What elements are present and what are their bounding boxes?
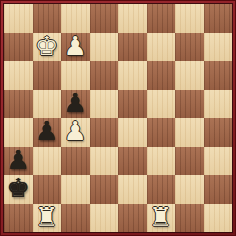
square-f4[interactable] <box>147 118 176 147</box>
square-b5[interactable] <box>33 90 62 119</box>
square-a8[interactable] <box>4 4 33 33</box>
square-h6[interactable] <box>204 61 233 90</box>
square-e1[interactable] <box>118 204 147 233</box>
square-e6[interactable] <box>118 61 147 90</box>
piece-black-pawn[interactable]: ♟ <box>35 118 58 144</box>
square-f1[interactable]: ♜ <box>147 204 176 233</box>
square-h7[interactable] <box>204 33 233 62</box>
square-d5[interactable] <box>90 90 119 119</box>
square-f7[interactable] <box>147 33 176 62</box>
square-g1[interactable] <box>175 204 204 233</box>
square-g3[interactable] <box>175 147 204 176</box>
square-c8[interactable] <box>61 4 90 33</box>
square-b3[interactable] <box>33 147 62 176</box>
square-a2[interactable]: ♚ <box>4 175 33 204</box>
square-b7[interactable]: ♚ <box>33 33 62 62</box>
square-b2[interactable] <box>33 175 62 204</box>
square-c1[interactable] <box>61 204 90 233</box>
piece-black-king[interactable]: ♚ <box>7 175 30 201</box>
square-h1[interactable] <box>204 204 233 233</box>
square-a3[interactable]: ♟ <box>4 147 33 176</box>
square-f8[interactable] <box>147 4 176 33</box>
square-c2[interactable] <box>61 175 90 204</box>
square-c5[interactable]: ♟ <box>61 90 90 119</box>
piece-white-rook[interactable]: ♜ <box>149 204 172 230</box>
square-c4[interactable]: ♟ <box>61 118 90 147</box>
square-e4[interactable] <box>118 118 147 147</box>
piece-white-pawn[interactable]: ♟ <box>64 33 87 59</box>
square-a4[interactable] <box>4 118 33 147</box>
square-a6[interactable] <box>4 61 33 90</box>
piece-black-pawn[interactable]: ♟ <box>7 147 30 173</box>
square-d3[interactable] <box>90 147 119 176</box>
square-f5[interactable] <box>147 90 176 119</box>
square-g2[interactable] <box>175 175 204 204</box>
square-g6[interactable] <box>175 61 204 90</box>
piece-white-pawn[interactable]: ♟ <box>64 118 87 144</box>
square-f2[interactable] <box>147 175 176 204</box>
piece-white-king[interactable]: ♚ <box>35 33 58 59</box>
square-d7[interactable] <box>90 33 119 62</box>
square-a5[interactable] <box>4 90 33 119</box>
square-c3[interactable] <box>61 147 90 176</box>
square-d2[interactable] <box>90 175 119 204</box>
square-d4[interactable] <box>90 118 119 147</box>
square-b1[interactable]: ♜ <box>33 204 62 233</box>
piece-black-pawn[interactable]: ♟ <box>64 90 87 116</box>
square-a1[interactable] <box>4 204 33 233</box>
board-frame: ♚♟♟♟♟♟♚♜♜ <box>0 0 236 236</box>
square-h4[interactable] <box>204 118 233 147</box>
square-e2[interactable] <box>118 175 147 204</box>
square-b8[interactable] <box>33 4 62 33</box>
square-b4[interactable]: ♟ <box>33 118 62 147</box>
square-b6[interactable] <box>33 61 62 90</box>
square-d1[interactable] <box>90 204 119 233</box>
square-d8[interactable] <box>90 4 119 33</box>
square-d6[interactable] <box>90 61 119 90</box>
square-h5[interactable] <box>204 90 233 119</box>
square-g5[interactable] <box>175 90 204 119</box>
square-e3[interactable] <box>118 147 147 176</box>
square-c6[interactable] <box>61 61 90 90</box>
square-f6[interactable] <box>147 61 176 90</box>
square-h2[interactable] <box>204 175 233 204</box>
square-e7[interactable] <box>118 33 147 62</box>
square-a7[interactable] <box>4 33 33 62</box>
chess-board: ♚♟♟♟♟♟♚♜♜ <box>4 4 232 232</box>
square-f3[interactable] <box>147 147 176 176</box>
square-e5[interactable] <box>118 90 147 119</box>
piece-white-rook[interactable]: ♜ <box>35 204 58 230</box>
square-c7[interactable]: ♟ <box>61 33 90 62</box>
square-g7[interactable] <box>175 33 204 62</box>
square-g8[interactable] <box>175 4 204 33</box>
square-h3[interactable] <box>204 147 233 176</box>
square-e8[interactable] <box>118 4 147 33</box>
square-g4[interactable] <box>175 118 204 147</box>
square-h8[interactable] <box>204 4 233 33</box>
